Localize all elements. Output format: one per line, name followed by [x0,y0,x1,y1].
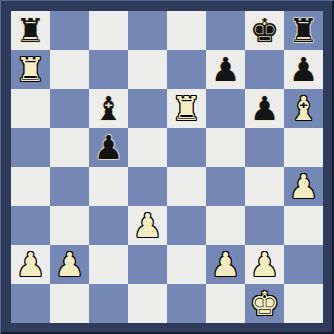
square-h5[interactable] [284,128,323,167]
white-pawn[interactable]: ♟ [133,206,163,245]
square-d5[interactable] [128,128,167,167]
black-rook[interactable]: ♜ [289,11,319,50]
square-a3[interactable] [11,206,50,245]
square-e6[interactable]: ♜ [167,89,206,128]
square-b8[interactable] [50,11,89,50]
square-c2[interactable] [89,245,128,284]
square-e5[interactable] [167,128,206,167]
square-f7[interactable]: ♟ [206,50,245,89]
square-d4[interactable] [128,167,167,206]
square-h4[interactable]: ♟ [284,167,323,206]
black-pawn[interactable]: ♟ [289,50,319,89]
white-bishop[interactable]: ♝ [289,89,319,128]
black-pawn[interactable]: ♟ [211,50,241,89]
white-pawn[interactable]: ♟ [55,245,85,284]
square-d3[interactable]: ♟ [128,206,167,245]
square-e8[interactable] [167,11,206,50]
square-g2[interactable]: ♟ [245,245,284,284]
square-d7[interactable] [128,50,167,89]
square-h6[interactable]: ♝ [284,89,323,128]
square-g1[interactable]: ♚ [245,284,284,323]
square-d8[interactable] [128,11,167,50]
black-rook[interactable]: ♜ [16,11,46,50]
square-c1[interactable] [89,284,128,323]
square-a6[interactable] [11,89,50,128]
square-f5[interactable] [206,128,245,167]
square-f4[interactable] [206,167,245,206]
square-c7[interactable] [89,50,128,89]
square-g5[interactable] [245,128,284,167]
white-pawn[interactable]: ♟ [211,245,241,284]
square-b3[interactable] [50,206,89,245]
square-g4[interactable] [245,167,284,206]
square-a2[interactable]: ♟ [11,245,50,284]
square-d6[interactable] [128,89,167,128]
white-king[interactable]: ♚ [250,284,280,323]
square-a7[interactable]: ♜ [11,50,50,89]
square-b7[interactable] [50,50,89,89]
white-rook[interactable]: ♜ [172,89,202,128]
square-c3[interactable] [89,206,128,245]
square-a8[interactable]: ♜ [11,11,50,50]
square-f1[interactable] [206,284,245,323]
square-h2[interactable] [284,245,323,284]
square-e4[interactable] [167,167,206,206]
white-pawn[interactable]: ♟ [16,245,46,284]
square-c5[interactable]: ♟ [89,128,128,167]
square-h8[interactable]: ♜ [284,11,323,50]
square-e1[interactable] [167,284,206,323]
square-g7[interactable] [245,50,284,89]
square-f3[interactable] [206,206,245,245]
square-f8[interactable] [206,11,245,50]
square-h3[interactable] [284,206,323,245]
square-f6[interactable] [206,89,245,128]
square-e2[interactable] [167,245,206,284]
square-a1[interactable] [11,284,50,323]
black-pawn[interactable]: ♟ [94,128,124,167]
black-bishop[interactable]: ♝ [94,89,124,128]
black-king[interactable]: ♚ [250,11,280,50]
square-a5[interactable] [11,128,50,167]
square-b2[interactable]: ♟ [50,245,89,284]
square-h1[interactable] [284,284,323,323]
square-b5[interactable] [50,128,89,167]
square-c4[interactable] [89,167,128,206]
square-b6[interactable] [50,89,89,128]
square-h7[interactable]: ♟ [284,50,323,89]
white-pawn[interactable]: ♟ [250,245,280,284]
square-d2[interactable] [128,245,167,284]
square-g6[interactable]: ♟ [245,89,284,128]
chess-board-frame: ♜♚♜♜♟♟♝♜♟♝♟♟♟♟♟♟♟♚ [0,0,334,334]
square-e7[interactable] [167,50,206,89]
square-g8[interactable]: ♚ [245,11,284,50]
square-c6[interactable]: ♝ [89,89,128,128]
white-rook[interactable]: ♜ [16,50,46,89]
chess-board: ♜♚♜♜♟♟♝♜♟♝♟♟♟♟♟♟♟♚ [11,11,323,323]
square-f2[interactable]: ♟ [206,245,245,284]
square-b4[interactable] [50,167,89,206]
square-a4[interactable] [11,167,50,206]
square-c8[interactable] [89,11,128,50]
square-g3[interactable] [245,206,284,245]
square-e3[interactable] [167,206,206,245]
black-pawn[interactable]: ♟ [250,89,280,128]
square-d1[interactable] [128,284,167,323]
square-b1[interactable] [50,284,89,323]
white-pawn[interactable]: ♟ [289,167,319,206]
